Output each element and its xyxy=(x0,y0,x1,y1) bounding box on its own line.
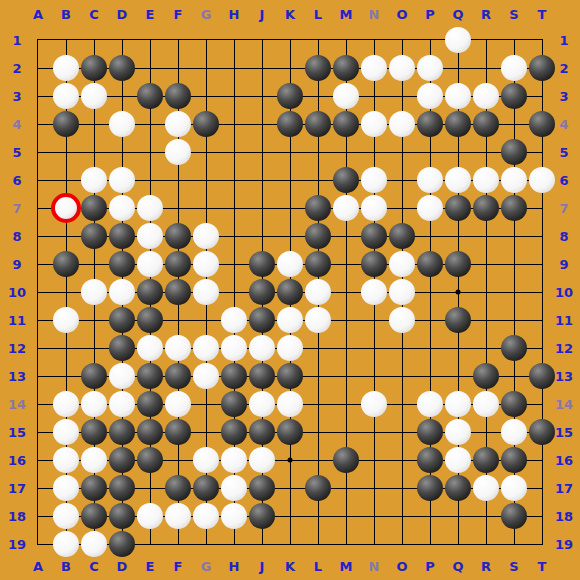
black-stone-R13[interactable] xyxy=(473,363,499,389)
point-P12[interactable] xyxy=(416,334,444,362)
point-G3[interactable] xyxy=(192,82,220,110)
point-S6[interactable] xyxy=(500,166,528,194)
point-C9[interactable] xyxy=(80,250,108,278)
point-D19[interactable] xyxy=(108,530,136,558)
point-R12[interactable] xyxy=(472,334,500,362)
point-L10[interactable] xyxy=(304,278,332,306)
point-K1[interactable] xyxy=(276,26,304,54)
point-O9[interactable] xyxy=(388,250,416,278)
point-G14[interactable] xyxy=(192,390,220,418)
point-R9[interactable] xyxy=(472,250,500,278)
black-stone-K10[interactable] xyxy=(277,279,303,305)
point-A1[interactable] xyxy=(24,26,52,54)
point-S3[interactable] xyxy=(500,82,528,110)
point-E10[interactable] xyxy=(136,278,164,306)
black-stone-F13[interactable] xyxy=(165,363,191,389)
point-S15[interactable] xyxy=(500,418,528,446)
point-P7[interactable] xyxy=(416,194,444,222)
point-S5[interactable] xyxy=(500,138,528,166)
point-C18[interactable] xyxy=(80,502,108,530)
point-S4[interactable] xyxy=(500,110,528,138)
point-J6[interactable] xyxy=(248,166,276,194)
point-M4[interactable] xyxy=(332,110,360,138)
black-stone-P9[interactable] xyxy=(417,251,443,277)
point-J2[interactable] xyxy=(248,54,276,82)
black-stone-R4[interactable] xyxy=(473,111,499,137)
point-Q16[interactable] xyxy=(444,446,472,474)
point-R17[interactable] xyxy=(472,474,500,502)
point-L19[interactable] xyxy=(304,530,332,558)
point-O6[interactable] xyxy=(388,166,416,194)
point-E7[interactable] xyxy=(136,194,164,222)
point-E14[interactable] xyxy=(136,390,164,418)
point-B18[interactable] xyxy=(52,502,80,530)
point-L8[interactable] xyxy=(304,222,332,250)
black-stone-C15[interactable] xyxy=(81,419,107,445)
point-C17[interactable] xyxy=(80,474,108,502)
point-O1[interactable] xyxy=(388,26,416,54)
point-T11[interactable] xyxy=(528,306,556,334)
black-stone-D9[interactable] xyxy=(109,251,135,277)
point-G16[interactable] xyxy=(192,446,220,474)
black-stone-D15[interactable] xyxy=(109,419,135,445)
point-D4[interactable] xyxy=(108,110,136,138)
white-stone-G16[interactable] xyxy=(193,447,219,473)
point-S19[interactable] xyxy=(500,530,528,558)
white-stone-R6[interactable] xyxy=(473,167,499,193)
point-Q14[interactable] xyxy=(444,390,472,418)
point-L14[interactable] xyxy=(304,390,332,418)
black-stone-O8[interactable] xyxy=(389,223,415,249)
point-P2[interactable] xyxy=(416,54,444,82)
point-F15[interactable] xyxy=(164,418,192,446)
point-Q12[interactable] xyxy=(444,334,472,362)
white-stone-D13[interactable] xyxy=(109,363,135,389)
point-O14[interactable] xyxy=(388,390,416,418)
point-E6[interactable] xyxy=(136,166,164,194)
point-N17[interactable] xyxy=(360,474,388,502)
point-A12[interactable] xyxy=(24,334,52,362)
white-stone-Q3[interactable] xyxy=(445,83,471,109)
point-D15[interactable] xyxy=(108,418,136,446)
point-B4[interactable] xyxy=(52,110,80,138)
white-stone-F12[interactable] xyxy=(165,335,191,361)
white-stone-C6[interactable] xyxy=(81,167,107,193)
point-T5[interactable] xyxy=(528,138,556,166)
black-stone-D11[interactable] xyxy=(109,307,135,333)
white-stone-Q1[interactable] xyxy=(445,27,471,53)
black-stone-N8[interactable] xyxy=(361,223,387,249)
black-stone-N9[interactable] xyxy=(361,251,387,277)
white-stone-K12[interactable] xyxy=(277,335,303,361)
white-stone-M7[interactable] xyxy=(333,195,359,221)
white-stone-D6[interactable] xyxy=(109,167,135,193)
white-stone-G8[interactable] xyxy=(193,223,219,249)
black-stone-F15[interactable] xyxy=(165,419,191,445)
point-P15[interactable] xyxy=(416,418,444,446)
point-F14[interactable] xyxy=(164,390,192,418)
point-R8[interactable] xyxy=(472,222,500,250)
point-S14[interactable] xyxy=(500,390,528,418)
black-stone-L9[interactable] xyxy=(305,251,331,277)
black-stone-P15[interactable] xyxy=(417,419,443,445)
white-stone-L10[interactable] xyxy=(305,279,331,305)
point-Q10[interactable] xyxy=(444,278,472,306)
point-S17[interactable] xyxy=(500,474,528,502)
point-S10[interactable] xyxy=(500,278,528,306)
point-K16[interactable] xyxy=(276,446,304,474)
point-L5[interactable] xyxy=(304,138,332,166)
black-stone-L17[interactable] xyxy=(305,475,331,501)
black-stone-E13[interactable] xyxy=(137,363,163,389)
point-Q17[interactable] xyxy=(444,474,472,502)
point-O3[interactable] xyxy=(388,82,416,110)
black-stone-F8[interactable] xyxy=(165,223,191,249)
point-N19[interactable] xyxy=(360,530,388,558)
point-M8[interactable] xyxy=(332,222,360,250)
point-K14[interactable] xyxy=(276,390,304,418)
point-P11[interactable] xyxy=(416,306,444,334)
white-stone-R14[interactable] xyxy=(473,391,499,417)
black-stone-R16[interactable] xyxy=(473,447,499,473)
black-stone-P16[interactable] xyxy=(417,447,443,473)
white-stone-K9[interactable] xyxy=(277,251,303,277)
point-P4[interactable] xyxy=(416,110,444,138)
point-J11[interactable] xyxy=(248,306,276,334)
point-R1[interactable] xyxy=(472,26,500,54)
black-stone-Q11[interactable] xyxy=(445,307,471,333)
point-B16[interactable] xyxy=(52,446,80,474)
white-stone-L11[interactable] xyxy=(305,307,331,333)
point-K9[interactable] xyxy=(276,250,304,278)
point-L16[interactable] xyxy=(304,446,332,474)
black-stone-E11[interactable] xyxy=(137,307,163,333)
point-M16[interactable] xyxy=(332,446,360,474)
point-C2[interactable] xyxy=(80,54,108,82)
point-P17[interactable] xyxy=(416,474,444,502)
point-D12[interactable] xyxy=(108,334,136,362)
white-stone-S15[interactable] xyxy=(501,419,527,445)
white-stone-B15[interactable] xyxy=(53,419,79,445)
white-stone-C14[interactable] xyxy=(81,391,107,417)
point-H7[interactable] xyxy=(220,194,248,222)
point-M7[interactable] xyxy=(332,194,360,222)
point-O13[interactable] xyxy=(388,362,416,390)
point-F13[interactable] xyxy=(164,362,192,390)
point-O10[interactable] xyxy=(388,278,416,306)
white-stone-B2[interactable] xyxy=(53,55,79,81)
point-T17[interactable] xyxy=(528,474,556,502)
point-O8[interactable] xyxy=(388,222,416,250)
white-stone-B7-last-move[interactable] xyxy=(51,193,81,223)
point-N18[interactable] xyxy=(360,502,388,530)
point-H1[interactable] xyxy=(220,26,248,54)
point-E1[interactable] xyxy=(136,26,164,54)
point-E16[interactable] xyxy=(136,446,164,474)
point-F3[interactable] xyxy=(164,82,192,110)
black-stone-C8[interactable] xyxy=(81,223,107,249)
white-stone-H11[interactable] xyxy=(221,307,247,333)
point-C10[interactable] xyxy=(80,278,108,306)
point-A11[interactable] xyxy=(24,306,52,334)
black-stone-P4[interactable] xyxy=(417,111,443,137)
point-M1[interactable] xyxy=(332,26,360,54)
point-M6[interactable] xyxy=(332,166,360,194)
point-J14[interactable] xyxy=(248,390,276,418)
black-stone-C7[interactable] xyxy=(81,195,107,221)
point-R14[interactable] xyxy=(472,390,500,418)
point-C3[interactable] xyxy=(80,82,108,110)
point-K18[interactable] xyxy=(276,502,304,530)
point-E9[interactable] xyxy=(136,250,164,278)
point-B19[interactable] xyxy=(52,530,80,558)
point-G18[interactable] xyxy=(192,502,220,530)
point-L18[interactable] xyxy=(304,502,332,530)
point-T18[interactable] xyxy=(528,502,556,530)
black-stone-E10[interactable] xyxy=(137,279,163,305)
point-K10[interactable] xyxy=(276,278,304,306)
point-C5[interactable] xyxy=(80,138,108,166)
point-H15[interactable] xyxy=(220,418,248,446)
point-Q11[interactable] xyxy=(444,306,472,334)
point-O5[interactable] xyxy=(388,138,416,166)
point-O7[interactable] xyxy=(388,194,416,222)
black-stone-K4[interactable] xyxy=(277,111,303,137)
white-stone-S6[interactable] xyxy=(501,167,527,193)
point-F8[interactable] xyxy=(164,222,192,250)
point-Q3[interactable] xyxy=(444,82,472,110)
point-G17[interactable] xyxy=(192,474,220,502)
point-G8[interactable] xyxy=(192,222,220,250)
point-S13[interactable] xyxy=(500,362,528,390)
black-stone-D17[interactable] xyxy=(109,475,135,501)
black-stone-C17[interactable] xyxy=(81,475,107,501)
point-O16[interactable] xyxy=(388,446,416,474)
point-R13[interactable] xyxy=(472,362,500,390)
black-stone-J15[interactable] xyxy=(249,419,275,445)
white-stone-O4[interactable] xyxy=(389,111,415,137)
point-N4[interactable] xyxy=(360,110,388,138)
point-T16[interactable] xyxy=(528,446,556,474)
point-S1[interactable] xyxy=(500,26,528,54)
black-stone-J11[interactable] xyxy=(249,307,275,333)
white-stone-Q14[interactable] xyxy=(445,391,471,417)
white-stone-F4[interactable] xyxy=(165,111,191,137)
white-stone-G10[interactable] xyxy=(193,279,219,305)
point-S7[interactable] xyxy=(500,194,528,222)
point-F2[interactable] xyxy=(164,54,192,82)
point-M9[interactable] xyxy=(332,250,360,278)
white-stone-R17[interactable] xyxy=(473,475,499,501)
white-stone-G13[interactable] xyxy=(193,363,219,389)
point-L2[interactable] xyxy=(304,54,332,82)
white-stone-H12[interactable] xyxy=(221,335,247,361)
point-L12[interactable] xyxy=(304,334,332,362)
point-A3[interactable] xyxy=(24,82,52,110)
black-stone-D16[interactable] xyxy=(109,447,135,473)
point-S12[interactable] xyxy=(500,334,528,362)
point-B13[interactable] xyxy=(52,362,80,390)
point-J9[interactable] xyxy=(248,250,276,278)
point-D3[interactable] xyxy=(108,82,136,110)
point-O18[interactable] xyxy=(388,502,416,530)
point-M15[interactable] xyxy=(332,418,360,446)
black-stone-G4[interactable] xyxy=(193,111,219,137)
black-stone-E3[interactable] xyxy=(137,83,163,109)
black-stone-D2[interactable] xyxy=(109,55,135,81)
black-stone-B4[interactable] xyxy=(53,111,79,137)
point-R4[interactable] xyxy=(472,110,500,138)
point-G5[interactable] xyxy=(192,138,220,166)
point-R10[interactable] xyxy=(472,278,500,306)
point-C19[interactable] xyxy=(80,530,108,558)
point-P8[interactable] xyxy=(416,222,444,250)
point-T19[interactable] xyxy=(528,530,556,558)
white-stone-O2[interactable] xyxy=(389,55,415,81)
white-stone-H17[interactable] xyxy=(221,475,247,501)
point-H17[interactable] xyxy=(220,474,248,502)
point-A9[interactable] xyxy=(24,250,52,278)
black-stone-H14[interactable] xyxy=(221,391,247,417)
point-K15[interactable] xyxy=(276,418,304,446)
white-stone-B3[interactable] xyxy=(53,83,79,109)
point-C14[interactable] xyxy=(80,390,108,418)
point-S2[interactable] xyxy=(500,54,528,82)
point-F7[interactable] xyxy=(164,194,192,222)
point-H4[interactable] xyxy=(220,110,248,138)
point-N12[interactable] xyxy=(360,334,388,362)
point-H16[interactable] xyxy=(220,446,248,474)
black-stone-J10[interactable] xyxy=(249,279,275,305)
point-M5[interactable] xyxy=(332,138,360,166)
point-M2[interactable] xyxy=(332,54,360,82)
point-C1[interactable] xyxy=(80,26,108,54)
point-E3[interactable] xyxy=(136,82,164,110)
point-K17[interactable] xyxy=(276,474,304,502)
white-stone-P2[interactable] xyxy=(417,55,443,81)
point-J19[interactable] xyxy=(248,530,276,558)
point-A2[interactable] xyxy=(24,54,52,82)
white-stone-F14[interactable] xyxy=(165,391,191,417)
point-M12[interactable] xyxy=(332,334,360,362)
white-stone-B16[interactable] xyxy=(53,447,79,473)
white-stone-B19[interactable] xyxy=(53,531,79,557)
white-stone-H18[interactable] xyxy=(221,503,247,529)
point-R6[interactable] xyxy=(472,166,500,194)
white-stone-C3[interactable] xyxy=(81,83,107,109)
black-stone-C13[interactable] xyxy=(81,363,107,389)
point-G9[interactable] xyxy=(192,250,220,278)
point-D14[interactable] xyxy=(108,390,136,418)
point-K13[interactable] xyxy=(276,362,304,390)
point-D1[interactable] xyxy=(108,26,136,54)
point-L15[interactable] xyxy=(304,418,332,446)
point-D8[interactable] xyxy=(108,222,136,250)
point-T4[interactable] xyxy=(528,110,556,138)
point-T3[interactable] xyxy=(528,82,556,110)
white-stone-M3[interactable] xyxy=(333,83,359,109)
white-stone-D14[interactable] xyxy=(109,391,135,417)
point-D16[interactable] xyxy=(108,446,136,474)
point-Q9[interactable] xyxy=(444,250,472,278)
point-C8[interactable] xyxy=(80,222,108,250)
point-P6[interactable] xyxy=(416,166,444,194)
point-N1[interactable] xyxy=(360,26,388,54)
white-stone-P14[interactable] xyxy=(417,391,443,417)
white-stone-G12[interactable] xyxy=(193,335,219,361)
point-F5[interactable] xyxy=(164,138,192,166)
point-H6[interactable] xyxy=(220,166,248,194)
point-H19[interactable] xyxy=(220,530,248,558)
point-B12[interactable] xyxy=(52,334,80,362)
white-stone-E18[interactable] xyxy=(137,503,163,529)
point-K7[interactable] xyxy=(276,194,304,222)
point-P5[interactable] xyxy=(416,138,444,166)
point-M10[interactable] xyxy=(332,278,360,306)
point-G6[interactable] xyxy=(192,166,220,194)
point-K5[interactable] xyxy=(276,138,304,166)
point-H18[interactable] xyxy=(220,502,248,530)
point-L7[interactable] xyxy=(304,194,332,222)
black-stone-C18[interactable] xyxy=(81,503,107,529)
white-stone-E9[interactable] xyxy=(137,251,163,277)
black-stone-M2[interactable] xyxy=(333,55,359,81)
point-T7[interactable] xyxy=(528,194,556,222)
point-P14[interactable] xyxy=(416,390,444,418)
point-A15[interactable] xyxy=(24,418,52,446)
point-K3[interactable] xyxy=(276,82,304,110)
point-E5[interactable] xyxy=(136,138,164,166)
black-stone-D12[interactable] xyxy=(109,335,135,361)
point-J4[interactable] xyxy=(248,110,276,138)
point-A13[interactable] xyxy=(24,362,52,390)
point-O2[interactable] xyxy=(388,54,416,82)
white-stone-O11[interactable] xyxy=(389,307,415,333)
point-R2[interactable] xyxy=(472,54,500,82)
point-C16[interactable] xyxy=(80,446,108,474)
point-K2[interactable] xyxy=(276,54,304,82)
white-stone-K14[interactable] xyxy=(277,391,303,417)
point-P9[interactable] xyxy=(416,250,444,278)
point-K4[interactable] xyxy=(276,110,304,138)
point-H10[interactable] xyxy=(220,278,248,306)
point-B17[interactable] xyxy=(52,474,80,502)
white-stone-G9[interactable] xyxy=(193,251,219,277)
point-T6[interactable] xyxy=(528,166,556,194)
point-E2[interactable] xyxy=(136,54,164,82)
point-A14[interactable] xyxy=(24,390,52,418)
point-D17[interactable] xyxy=(108,474,136,502)
point-P13[interactable] xyxy=(416,362,444,390)
point-M11[interactable] xyxy=(332,306,360,334)
point-A8[interactable] xyxy=(24,222,52,250)
point-C11[interactable] xyxy=(80,306,108,334)
point-B3[interactable] xyxy=(52,82,80,110)
black-stone-F10[interactable] xyxy=(165,279,191,305)
point-C6[interactable] xyxy=(80,166,108,194)
point-C4[interactable] xyxy=(80,110,108,138)
point-B9[interactable] xyxy=(52,250,80,278)
black-stone-S3[interactable] xyxy=(501,83,527,109)
point-P10[interactable] xyxy=(416,278,444,306)
point-E12[interactable] xyxy=(136,334,164,362)
point-R18[interactable] xyxy=(472,502,500,530)
point-H14[interactable] xyxy=(220,390,248,418)
point-O12[interactable] xyxy=(388,334,416,362)
black-stone-T13[interactable] xyxy=(529,363,555,389)
point-N14[interactable] xyxy=(360,390,388,418)
point-Q6[interactable] xyxy=(444,166,472,194)
